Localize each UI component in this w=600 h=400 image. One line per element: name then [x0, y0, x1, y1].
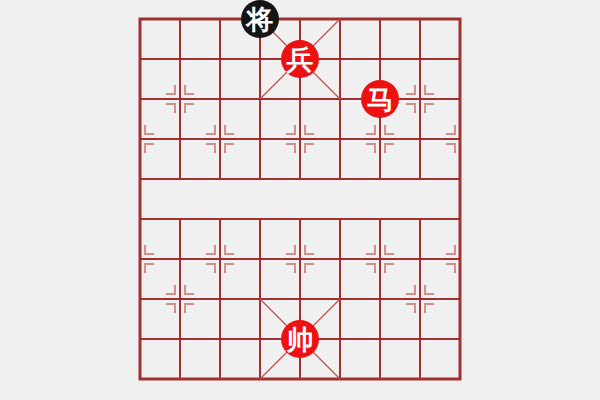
piece-red-general[interactable]: 帅 — [281, 320, 319, 358]
piece-red-soldier[interactable]: 兵 — [281, 40, 319, 78]
piece-black-general[interactable]: 将 — [241, 0, 279, 38]
piece-grid: 将兵马帅 — [120, 0, 480, 399]
xiangqi-diagram: 将兵马帅 — [0, 0, 600, 400]
piece-red-horse[interactable]: 马 — [361, 80, 399, 118]
xiangqi-board[interactable]: 将兵马帅 — [0, 0, 600, 400]
